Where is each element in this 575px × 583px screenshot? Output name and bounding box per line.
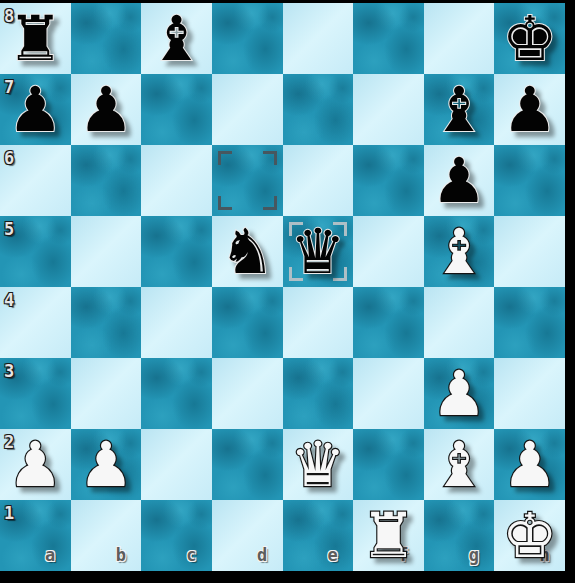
- square-f3[interactable]: [353, 358, 424, 429]
- black-pawn-a7[interactable]: ♟: [0, 74, 71, 145]
- square-b8[interactable]: [71, 3, 142, 74]
- square-h4[interactable]: [494, 287, 565, 358]
- square-c4[interactable]: [141, 287, 212, 358]
- white-pawn-b2[interactable]: ♟: [71, 429, 142, 500]
- square-h6[interactable]: [494, 145, 565, 216]
- white-queen-e2[interactable]: ♛: [283, 429, 354, 500]
- square-g8[interactable]: [424, 3, 495, 74]
- square-e6[interactable]: [283, 145, 354, 216]
- square-a1[interactable]: [0, 500, 71, 571]
- square-e7[interactable]: [283, 74, 354, 145]
- black-queen-e5[interactable]: ♛: [283, 216, 354, 287]
- square-c5[interactable]: [141, 216, 212, 287]
- square-e8[interactable]: [283, 3, 354, 74]
- square-c1[interactable]: [141, 500, 212, 571]
- square-a4[interactable]: [0, 287, 71, 358]
- square-d1[interactable]: [212, 500, 283, 571]
- black-knight-d5[interactable]: ♞: [212, 216, 283, 287]
- square-d7[interactable]: [212, 74, 283, 145]
- square-a5[interactable]: [0, 216, 71, 287]
- square-b4[interactable]: [71, 287, 142, 358]
- square-c7[interactable]: [141, 74, 212, 145]
- black-bishop-c8[interactable]: ♝: [141, 3, 212, 74]
- white-pawn-g3[interactable]: ♟: [424, 358, 495, 429]
- square-f2[interactable]: [353, 429, 424, 500]
- square-f4[interactable]: [353, 287, 424, 358]
- black-pawn-h7[interactable]: ♟: [494, 74, 565, 145]
- square-c2[interactable]: [141, 429, 212, 500]
- white-bishop-g5[interactable]: ♝: [424, 216, 495, 287]
- square-h5[interactable]: [494, 216, 565, 287]
- black-pawn-b7[interactable]: ♟: [71, 74, 142, 145]
- square-d3[interactable]: [212, 358, 283, 429]
- black-rook-a8[interactable]: ♜: [0, 3, 71, 74]
- square-g1[interactable]: [424, 500, 495, 571]
- black-pawn-g6[interactable]: ♟: [424, 145, 495, 216]
- chess-board: 87654321abcdefgh♜♝♚♟♟♝♟♟♞♛♝♟♟♟♛♝♟♜♚: [0, 3, 565, 571]
- square-c3[interactable]: [141, 358, 212, 429]
- white-rook-f1[interactable]: ♜: [353, 500, 424, 571]
- square-h3[interactable]: [494, 358, 565, 429]
- square-b5[interactable]: [71, 216, 142, 287]
- white-king-h1[interactable]: ♚: [494, 500, 565, 571]
- square-e3[interactable]: [283, 358, 354, 429]
- square-d2[interactable]: [212, 429, 283, 500]
- white-pawn-h2[interactable]: ♟: [494, 429, 565, 500]
- square-c6[interactable]: [141, 145, 212, 216]
- square-f5[interactable]: [353, 216, 424, 287]
- black-bishop-g7[interactable]: ♝: [424, 74, 495, 145]
- square-b3[interactable]: [71, 358, 142, 429]
- square-b6[interactable]: [71, 145, 142, 216]
- white-pawn-a2[interactable]: ♟: [0, 429, 71, 500]
- square-e4[interactable]: [283, 287, 354, 358]
- square-a6[interactable]: [0, 145, 71, 216]
- square-e1[interactable]: [283, 500, 354, 571]
- white-bishop-g2[interactable]: ♝: [424, 429, 495, 500]
- square-d4[interactable]: [212, 287, 283, 358]
- black-king-h8[interactable]: ♚: [494, 3, 565, 74]
- square-b1[interactable]: [71, 500, 142, 571]
- chess-app-screen: 87654321abcdefgh♜♝♚♟♟♝♟♟♞♛♝♟♟♟♛♝♟♜♚: [0, 0, 575, 583]
- square-d8[interactable]: [212, 3, 283, 74]
- square-f7[interactable]: [353, 74, 424, 145]
- square-f6[interactable]: [353, 145, 424, 216]
- square-f8[interactable]: [353, 3, 424, 74]
- square-d6[interactable]: [212, 145, 283, 216]
- square-g4[interactable]: [424, 287, 495, 358]
- square-a3[interactable]: [0, 358, 71, 429]
